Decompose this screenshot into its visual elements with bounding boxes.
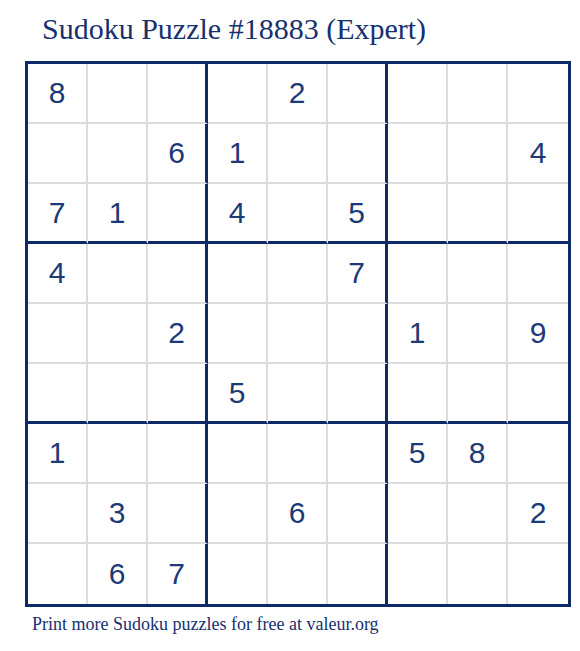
sudoku-cell-r3c4: 4 — [208, 184, 268, 244]
sudoku-cell-r8c8 — [448, 484, 508, 544]
sudoku-cell-r1c7 — [388, 64, 448, 124]
sudoku-cell-r9c8 — [448, 544, 508, 604]
sudoku-cell-r7c3 — [148, 424, 208, 484]
sudoku-cell-r4c1: 4 — [28, 244, 88, 304]
sudoku-cell-r9c2: 6 — [88, 544, 148, 604]
sudoku-cell-r5c1 — [28, 304, 88, 364]
sudoku-cell-r8c1 — [28, 484, 88, 544]
sudoku-cell-r4c5 — [268, 244, 328, 304]
sudoku-cell-r8c7 — [388, 484, 448, 544]
sudoku-cell-r7c2 — [88, 424, 148, 484]
sudoku-page: Sudoku Puzzle #18883 (Expert) 8261471454… — [0, 0, 580, 651]
sudoku-cell-r2c3: 6 — [148, 124, 208, 184]
sudoku-cell-r9c5 — [268, 544, 328, 604]
sudoku-cell-r7c4 — [208, 424, 268, 484]
sudoku-cell-r9c3: 7 — [148, 544, 208, 604]
sudoku-cell-r5c5 — [268, 304, 328, 364]
sudoku-cell-r1c8 — [448, 64, 508, 124]
sudoku-cell-r4c4 — [208, 244, 268, 304]
sudoku-cell-r1c9 — [508, 64, 568, 124]
sudoku-cell-r2c9: 4 — [508, 124, 568, 184]
sudoku-cell-r1c3 — [148, 64, 208, 124]
sudoku-cell-r3c7 — [388, 184, 448, 244]
sudoku-cell-r8c3 — [148, 484, 208, 544]
sudoku-cell-r5c4 — [208, 304, 268, 364]
sudoku-cell-r6c4: 5 — [208, 364, 268, 424]
sudoku-cell-r6c2 — [88, 364, 148, 424]
sudoku-cell-r6c1 — [28, 364, 88, 424]
footer-text: Print more Sudoku puzzles for free at va… — [32, 614, 379, 635]
sudoku-cell-r1c1: 8 — [28, 64, 88, 124]
sudoku-cell-r9c6 — [328, 544, 388, 604]
sudoku-cell-r5c9: 9 — [508, 304, 568, 364]
sudoku-cell-r4c8 — [448, 244, 508, 304]
sudoku-cell-r5c8 — [448, 304, 508, 364]
sudoku-grid: 82614714547219515836267 — [25, 61, 571, 607]
sudoku-cell-r9c1 — [28, 544, 88, 604]
sudoku-cell-r7c9 — [508, 424, 568, 484]
sudoku-cell-r4c6: 7 — [328, 244, 388, 304]
sudoku-cell-r6c3 — [148, 364, 208, 424]
sudoku-cell-r6c7 — [388, 364, 448, 424]
sudoku-cell-r1c2 — [88, 64, 148, 124]
sudoku-cell-r2c5 — [268, 124, 328, 184]
sudoku-cell-r2c2 — [88, 124, 148, 184]
sudoku-cell-r2c8 — [448, 124, 508, 184]
sudoku-cell-r9c7 — [388, 544, 448, 604]
sudoku-cell-r2c7 — [388, 124, 448, 184]
sudoku-cell-r3c9 — [508, 184, 568, 244]
sudoku-cell-r7c7: 5 — [388, 424, 448, 484]
page-title: Sudoku Puzzle #18883 (Expert) — [42, 12, 426, 46]
sudoku-cell-r6c5 — [268, 364, 328, 424]
sudoku-cell-r8c5: 6 — [268, 484, 328, 544]
sudoku-cell-r3c8 — [448, 184, 508, 244]
sudoku-cell-r3c3 — [148, 184, 208, 244]
sudoku-cell-r7c1: 1 — [28, 424, 88, 484]
sudoku-cell-r9c9 — [508, 544, 568, 604]
sudoku-cell-r1c6 — [328, 64, 388, 124]
sudoku-cell-r6c6 — [328, 364, 388, 424]
sudoku-cell-r4c2 — [88, 244, 148, 304]
sudoku-cell-r6c9 — [508, 364, 568, 424]
sudoku-cell-r7c5 — [268, 424, 328, 484]
sudoku-cell-r8c2: 3 — [88, 484, 148, 544]
sudoku-cell-r5c2 — [88, 304, 148, 364]
sudoku-cell-r2c4: 1 — [208, 124, 268, 184]
sudoku-cell-r3c6: 5 — [328, 184, 388, 244]
sudoku-cell-r2c1 — [28, 124, 88, 184]
sudoku-cell-r4c9 — [508, 244, 568, 304]
sudoku-cell-r8c4 — [208, 484, 268, 544]
sudoku-cell-r5c3: 2 — [148, 304, 208, 364]
sudoku-cell-r1c4 — [208, 64, 268, 124]
sudoku-cell-r9c4 — [208, 544, 268, 604]
sudoku-cell-r3c5 — [268, 184, 328, 244]
sudoku-cell-r4c7 — [388, 244, 448, 304]
sudoku-cell-r3c1: 7 — [28, 184, 88, 244]
sudoku-cell-r1c5: 2 — [268, 64, 328, 124]
sudoku-cell-r8c6 — [328, 484, 388, 544]
sudoku-cell-r7c8: 8 — [448, 424, 508, 484]
sudoku-cell-r5c7: 1 — [388, 304, 448, 364]
sudoku-cell-r6c8 — [448, 364, 508, 424]
sudoku-cell-r5c6 — [328, 304, 388, 364]
sudoku-cell-r8c9: 2 — [508, 484, 568, 544]
sudoku-cell-r2c6 — [328, 124, 388, 184]
sudoku-cell-r4c3 — [148, 244, 208, 304]
sudoku-cell-r7c6 — [328, 424, 388, 484]
sudoku-cell-r3c2: 1 — [88, 184, 148, 244]
